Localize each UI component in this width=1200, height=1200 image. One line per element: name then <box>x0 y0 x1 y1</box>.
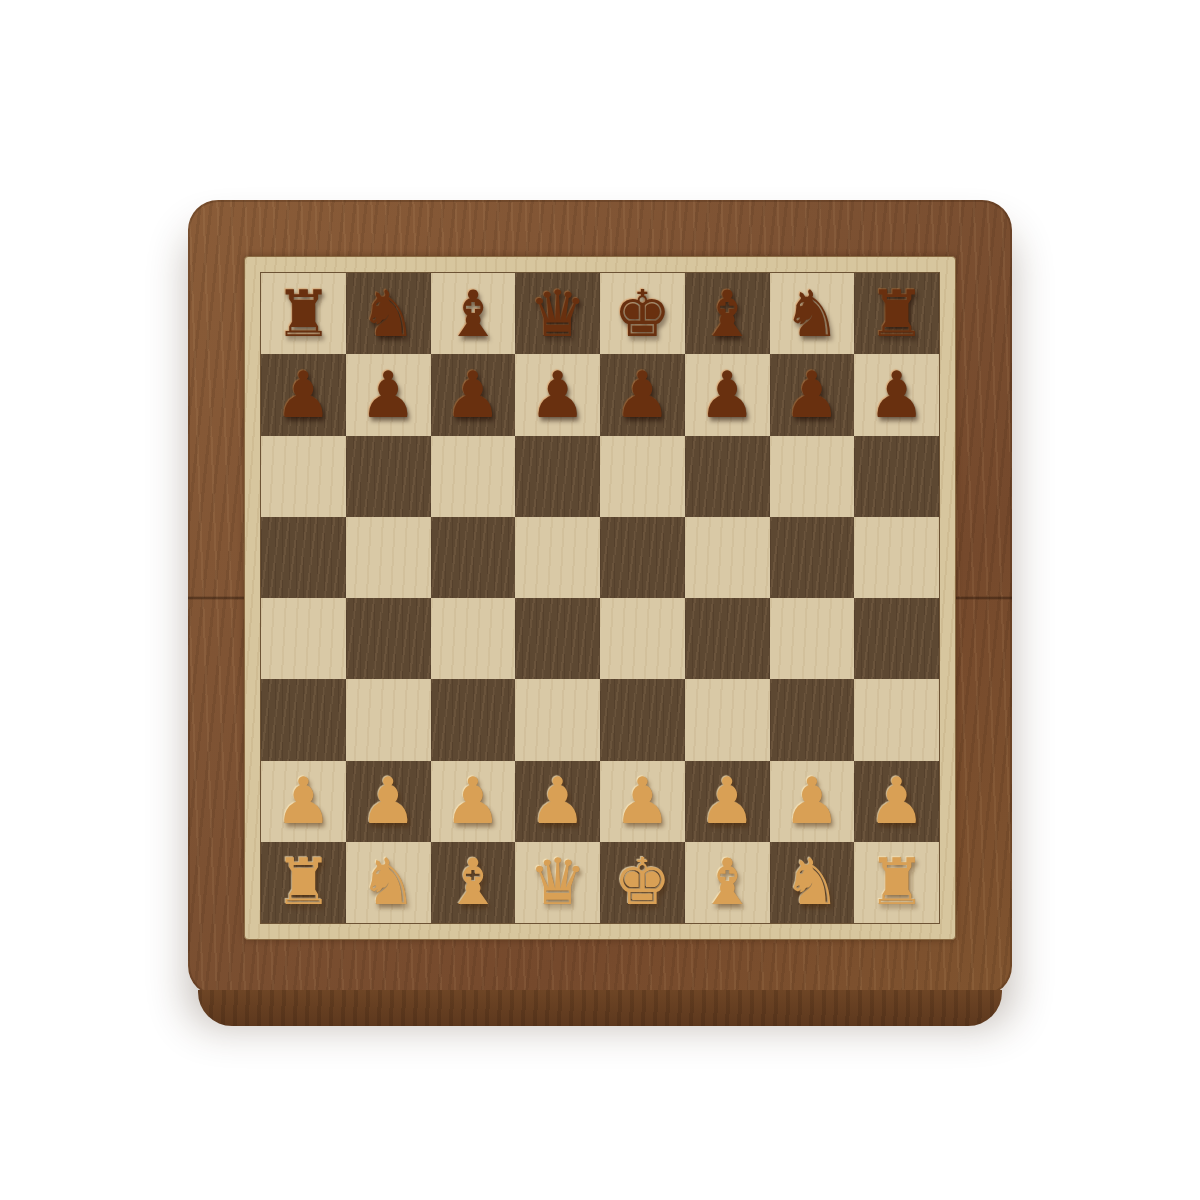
square-g2[interactable]: ♟ <box>770 761 855 842</box>
white-pawn-g2: ♟ <box>783 769 840 833</box>
square-a4[interactable] <box>261 598 346 679</box>
square-d7[interactable]: ♟ <box>515 354 600 435</box>
square-c6[interactable] <box>431 436 516 517</box>
square-f3[interactable] <box>685 679 770 760</box>
wooden-chess-box: ♜♞♝♛♚♝♞♜♟♟♟♟♟♟♟♟♟♟♟♟♟♟♟♟♜♞♝♛♚♝♞♜ <box>188 200 1012 996</box>
square-e7[interactable]: ♟ <box>600 354 685 435</box>
square-b8[interactable]: ♞ <box>346 273 431 354</box>
square-e3[interactable] <box>600 679 685 760</box>
black-bishop-f8: ♝ <box>698 282 755 346</box>
square-f5[interactable] <box>685 517 770 598</box>
black-pawn-b7: ♟ <box>359 363 416 427</box>
square-d8[interactable]: ♛ <box>515 273 600 354</box>
black-bishop-c8: ♝ <box>444 282 501 346</box>
square-e4[interactable] <box>600 598 685 679</box>
square-f6[interactable] <box>685 436 770 517</box>
square-a7[interactable]: ♟ <box>261 354 346 435</box>
square-c2[interactable]: ♟ <box>431 761 516 842</box>
square-c3[interactable] <box>431 679 516 760</box>
square-f8[interactable]: ♝ <box>685 273 770 354</box>
square-a2[interactable]: ♟ <box>261 761 346 842</box>
white-pawn-f2: ♟ <box>698 769 755 833</box>
black-rook-h8: ♜ <box>868 282 925 346</box>
square-h3[interactable] <box>854 679 939 760</box>
square-c7[interactable]: ♟ <box>431 354 516 435</box>
white-king-e1: ♚ <box>614 850 671 914</box>
square-f4[interactable] <box>685 598 770 679</box>
square-g8[interactable]: ♞ <box>770 273 855 354</box>
square-g3[interactable] <box>770 679 855 760</box>
black-knight-g8: ♞ <box>783 282 840 346</box>
square-g5[interactable] <box>770 517 855 598</box>
square-b7[interactable]: ♟ <box>346 354 431 435</box>
square-h5[interactable] <box>854 517 939 598</box>
square-d5[interactable] <box>515 517 600 598</box>
square-e6[interactable] <box>600 436 685 517</box>
black-king-e8: ♚ <box>614 282 671 346</box>
square-a6[interactable] <box>261 436 346 517</box>
square-d1[interactable]: ♛ <box>515 842 600 923</box>
square-c4[interactable] <box>431 598 516 679</box>
chess-board-grid: ♜♞♝♛♚♝♞♜♟♟♟♟♟♟♟♟♟♟♟♟♟♟♟♟♜♞♝♛♚♝♞♜ <box>260 272 940 924</box>
square-c8[interactable]: ♝ <box>431 273 516 354</box>
black-pawn-c7: ♟ <box>444 363 501 427</box>
black-queen-d8: ♛ <box>529 282 586 346</box>
square-h7[interactable]: ♟ <box>854 354 939 435</box>
square-h8[interactable]: ♜ <box>854 273 939 354</box>
square-b5[interactable] <box>346 517 431 598</box>
white-knight-g1: ♞ <box>783 850 840 914</box>
square-d4[interactable] <box>515 598 600 679</box>
square-e5[interactable] <box>600 517 685 598</box>
white-pawn-a2: ♟ <box>275 769 332 833</box>
black-pawn-h7: ♟ <box>868 363 925 427</box>
white-bishop-f1: ♝ <box>698 850 755 914</box>
black-pawn-a7: ♟ <box>275 363 332 427</box>
white-pawn-d2: ♟ <box>529 769 586 833</box>
box-side-face <box>198 990 1002 1026</box>
square-h4[interactable] <box>854 598 939 679</box>
square-b2[interactable]: ♟ <box>346 761 431 842</box>
square-b1[interactable]: ♞ <box>346 842 431 923</box>
square-g7[interactable]: ♟ <box>770 354 855 435</box>
white-pawn-c2: ♟ <box>444 769 501 833</box>
square-f7[interactable]: ♟ <box>685 354 770 435</box>
square-b4[interactable] <box>346 598 431 679</box>
square-e2[interactable]: ♟ <box>600 761 685 842</box>
square-d2[interactable]: ♟ <box>515 761 600 842</box>
square-g1[interactable]: ♞ <box>770 842 855 923</box>
square-h1[interactable]: ♜ <box>854 842 939 923</box>
square-b6[interactable] <box>346 436 431 517</box>
square-h2[interactable]: ♟ <box>854 761 939 842</box>
square-f1[interactable]: ♝ <box>685 842 770 923</box>
square-a1[interactable]: ♜ <box>261 842 346 923</box>
square-f2[interactable]: ♟ <box>685 761 770 842</box>
square-a5[interactable] <box>261 517 346 598</box>
square-g6[interactable] <box>770 436 855 517</box>
square-c5[interactable] <box>431 517 516 598</box>
white-pawn-h2: ♟ <box>868 769 925 833</box>
white-pawn-b2: ♟ <box>359 769 416 833</box>
white-queen-d1: ♛ <box>529 850 586 914</box>
black-knight-b8: ♞ <box>359 282 416 346</box>
white-pawn-e2: ♟ <box>614 769 671 833</box>
black-pawn-g7: ♟ <box>783 363 840 427</box>
product-photo-scene: ♜♞♝♛♚♝♞♜♟♟♟♟♟♟♟♟♟♟♟♟♟♟♟♟♜♞♝♛♚♝♞♜ <box>0 0 1200 1200</box>
white-rook-h1: ♜ <box>868 850 925 914</box>
square-c1[interactable]: ♝ <box>431 842 516 923</box>
square-e1[interactable]: ♚ <box>600 842 685 923</box>
square-a8[interactable]: ♜ <box>261 273 346 354</box>
black-pawn-d7: ♟ <box>529 363 586 427</box>
square-b3[interactable] <box>346 679 431 760</box>
white-bishop-c1: ♝ <box>444 850 501 914</box>
square-d3[interactable] <box>515 679 600 760</box>
black-pawn-e7: ♟ <box>614 363 671 427</box>
square-e8[interactable]: ♚ <box>600 273 685 354</box>
white-rook-a1: ♜ <box>275 850 332 914</box>
square-a3[interactable] <box>261 679 346 760</box>
black-pawn-f7: ♟ <box>698 363 755 427</box>
square-h6[interactable] <box>854 436 939 517</box>
black-rook-a8: ♜ <box>275 282 332 346</box>
white-knight-b1: ♞ <box>359 850 416 914</box>
square-d6[interactable] <box>515 436 600 517</box>
square-g4[interactable] <box>770 598 855 679</box>
